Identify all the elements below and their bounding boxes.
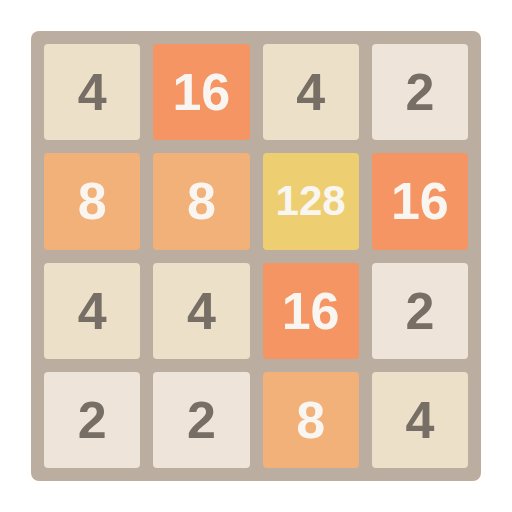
tile-r3c1: 4 [44, 263, 140, 359]
tile-r1c2: 16 [153, 44, 249, 140]
tile-r1c4: 2 [372, 44, 468, 140]
tile-r2c3: 128 [263, 153, 359, 249]
tile-r2c2: 8 [153, 153, 249, 249]
tile-r1c1: 4 [44, 44, 140, 140]
page: 416428812816441622284 [0, 0, 512, 512]
tile-r1c3: 4 [263, 44, 359, 140]
tile-r4c3: 8 [263, 372, 359, 468]
tile-r4c4: 4 [372, 372, 468, 468]
tile-r2c4: 16 [372, 153, 468, 249]
tile-r2c1: 8 [44, 153, 140, 249]
tile-r3c2: 4 [153, 263, 249, 359]
game-board-2048[interactable]: 416428812816441622284 [31, 31, 481, 481]
tile-r4c2: 2 [153, 372, 249, 468]
tile-r3c4: 2 [372, 263, 468, 359]
tile-r3c3: 16 [263, 263, 359, 359]
tile-r4c1: 2 [44, 372, 140, 468]
